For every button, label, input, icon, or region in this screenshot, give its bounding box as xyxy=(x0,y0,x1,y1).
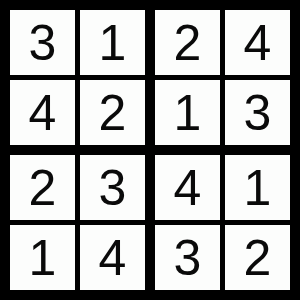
sudoku-cell-r1c1[interactable]: 3 xyxy=(10,10,75,75)
sudoku-cell-r4c1[interactable]: 1 xyxy=(10,225,75,290)
sudoku-cell-r2c2[interactable]: 2 xyxy=(80,80,145,145)
sudoku-cell-r2c3[interactable]: 1 xyxy=(155,80,220,145)
sudoku-cell-r2c1[interactable]: 4 xyxy=(10,80,75,145)
sudoku-cell-r3c1[interactable]: 2 xyxy=(10,155,75,220)
sudoku-cell-r3c2[interactable]: 3 xyxy=(80,155,145,220)
sudoku-cell-r1c4[interactable]: 4 xyxy=(225,10,290,75)
sudoku-cell-r1c3[interactable]: 2 xyxy=(155,10,220,75)
sudoku-cell-r4c3[interactable]: 3 xyxy=(155,225,220,290)
sudoku-cell-r3c3[interactable]: 4 xyxy=(155,155,220,220)
sudoku-cell-r1c2[interactable]: 1 xyxy=(80,10,145,75)
sudoku-cell-r4c2[interactable]: 4 xyxy=(80,225,145,290)
sudoku-cell-r2c4[interactable]: 3 xyxy=(225,80,290,145)
sudoku-cell-r3c4[interactable]: 1 xyxy=(225,155,290,220)
sudoku-board: 3124421323411432 xyxy=(0,0,300,300)
sudoku-cell-r4c4[interactable]: 2 xyxy=(225,225,290,290)
